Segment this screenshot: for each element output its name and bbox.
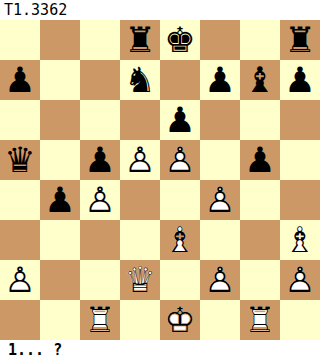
square-h4[interactable] (280, 180, 320, 220)
square-f2[interactable]: ♟♙ (200, 260, 240, 300)
square-f3[interactable] (200, 220, 240, 260)
square-c8[interactable] (80, 20, 120, 60)
square-c2[interactable] (80, 260, 120, 300)
white-queen[interactable]: ♛♕ (120, 260, 160, 300)
square-b7[interactable] (40, 60, 80, 100)
black-pawn[interactable]: ♟ (240, 140, 280, 180)
square-a3[interactable] (0, 220, 40, 260)
square-a2[interactable]: ♟♙ (0, 260, 40, 300)
square-d7[interactable]: ♞ (120, 60, 160, 100)
square-h8[interactable]: ♜ (280, 20, 320, 60)
white-pawn[interactable]: ♟♙ (120, 140, 160, 180)
square-g8[interactable] (240, 20, 280, 60)
move-prompt: 1... ? (0, 340, 62, 360)
white-king[interactable]: ♚♔ (160, 300, 200, 340)
status-bar: 1... ? (0, 340, 320, 360)
white-bishop[interactable]: ♝♗ (160, 220, 200, 260)
square-c3[interactable] (80, 220, 120, 260)
black-pawn[interactable]: ♟ (0, 60, 40, 100)
square-d8[interactable]: ♜ (120, 20, 160, 60)
square-g3[interactable] (240, 220, 280, 260)
white-pawn[interactable]: ♟♙ (160, 140, 200, 180)
square-c4[interactable]: ♟♙ (80, 180, 120, 220)
black-pawn[interactable]: ♟ (80, 140, 120, 180)
square-h1[interactable] (280, 300, 320, 340)
square-f1[interactable] (200, 300, 240, 340)
square-b8[interactable] (40, 20, 80, 60)
square-d4[interactable] (120, 180, 160, 220)
square-b4[interactable]: ♟ (40, 180, 80, 220)
black-queen[interactable]: ♛ (0, 140, 40, 180)
title-bar: T1.3362 (0, 0, 320, 20)
square-g2[interactable] (240, 260, 280, 300)
black-pawn[interactable]: ♟ (280, 60, 320, 100)
square-e5[interactable]: ♟♙ (160, 140, 200, 180)
black-king[interactable]: ♚ (160, 20, 200, 60)
square-e1[interactable]: ♚♔ (160, 300, 200, 340)
white-bishop[interactable]: ♝♗ (280, 220, 320, 260)
black-rook[interactable]: ♜ (120, 20, 160, 60)
square-h6[interactable] (280, 100, 320, 140)
square-a6[interactable] (0, 100, 40, 140)
square-b6[interactable] (40, 100, 80, 140)
black-pawn[interactable]: ♟ (40, 180, 80, 220)
chess-board: ♜♚♜♟♞♟♝♟♟♛♟♟♙♟♙♟♟♟♙♟♙♝♗♝♗♟♙♛♕♟♙♟♙♜♖♚♔♜♖ (0, 20, 320, 340)
white-pawn[interactable]: ♟♙ (0, 260, 40, 300)
square-b1[interactable] (40, 300, 80, 340)
square-d6[interactable] (120, 100, 160, 140)
square-g4[interactable] (240, 180, 280, 220)
white-rook[interactable]: ♜♖ (80, 300, 120, 340)
black-rook[interactable]: ♜ (280, 20, 320, 60)
square-c1[interactable]: ♜♖ (80, 300, 120, 340)
square-b3[interactable] (40, 220, 80, 260)
square-h7[interactable]: ♟ (280, 60, 320, 100)
square-h2[interactable]: ♟♙ (280, 260, 320, 300)
square-a4[interactable] (0, 180, 40, 220)
square-e6[interactable]: ♟ (160, 100, 200, 140)
black-knight[interactable]: ♞ (120, 60, 160, 100)
black-bishop[interactable]: ♝ (240, 60, 280, 100)
white-pawn[interactable]: ♟♙ (200, 180, 240, 220)
square-e2[interactable] (160, 260, 200, 300)
square-g1[interactable]: ♜♖ (240, 300, 280, 340)
black-pawn[interactable]: ♟ (160, 100, 200, 140)
square-d2[interactable]: ♛♕ (120, 260, 160, 300)
square-f6[interactable] (200, 100, 240, 140)
square-c7[interactable] (80, 60, 120, 100)
square-c5[interactable]: ♟ (80, 140, 120, 180)
square-e3[interactable]: ♝♗ (160, 220, 200, 260)
square-f8[interactable] (200, 20, 240, 60)
white-pawn[interactable]: ♟♙ (80, 180, 120, 220)
square-c6[interactable] (80, 100, 120, 140)
square-f7[interactable]: ♟ (200, 60, 240, 100)
square-b2[interactable] (40, 260, 80, 300)
square-h5[interactable] (280, 140, 320, 180)
white-pawn[interactable]: ♟♙ (280, 260, 320, 300)
square-d5[interactable]: ♟♙ (120, 140, 160, 180)
black-pawn[interactable]: ♟ (200, 60, 240, 100)
white-pawn[interactable]: ♟♙ (200, 260, 240, 300)
square-d1[interactable] (120, 300, 160, 340)
white-rook[interactable]: ♜♖ (240, 300, 280, 340)
square-f4[interactable]: ♟♙ (200, 180, 240, 220)
square-b5[interactable] (40, 140, 80, 180)
square-e8[interactable]: ♚ (160, 20, 200, 60)
square-e4[interactable] (160, 180, 200, 220)
square-g5[interactable]: ♟ (240, 140, 280, 180)
square-a7[interactable]: ♟ (0, 60, 40, 100)
square-f5[interactable] (200, 140, 240, 180)
puzzle-id: T1.3362 (0, 0, 67, 20)
square-g7[interactable]: ♝ (240, 60, 280, 100)
square-h3[interactable]: ♝♗ (280, 220, 320, 260)
square-e7[interactable] (160, 60, 200, 100)
square-a8[interactable] (0, 20, 40, 60)
square-a1[interactable] (0, 300, 40, 340)
square-g6[interactable] (240, 100, 280, 140)
square-a5[interactable]: ♛ (0, 140, 40, 180)
square-d3[interactable] (120, 220, 160, 260)
